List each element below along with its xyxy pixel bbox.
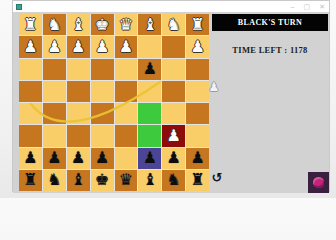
square-r3c1[interactable] (43, 81, 66, 102)
square-r7c4[interactable]: ♛ (115, 170, 138, 191)
square-r3c3[interactable] (91, 81, 114, 102)
minimize-icon[interactable]: – (291, 3, 295, 10)
white-pawn: ♟ (23, 39, 37, 55)
square-r0c0[interactable]: ♜ (19, 14, 42, 35)
black-pawn: ♟ (167, 150, 181, 166)
square-r6c0[interactable]: ♟ (19, 148, 42, 169)
square-r7c3[interactable]: ♚ (91, 170, 114, 191)
black-pawn: ♟ (143, 61, 157, 77)
square-r7c1[interactable]: ♞ (43, 170, 66, 191)
square-r6c7[interactable]: ♟ (186, 148, 209, 169)
square-r2c5[interactable]: ♟ (138, 59, 161, 80)
square-r2c0[interactable] (19, 59, 42, 80)
square-r7c0[interactable]: ♜ (19, 170, 42, 191)
square-r2c1[interactable] (43, 59, 66, 80)
white-knight: ♞ (167, 17, 181, 33)
black-pawn: ♟ (23, 150, 37, 166)
square-r5c0[interactable] (19, 125, 42, 146)
app-content: ♜♞♝♚♛♝♞♜♟♟♟♟♟♟♟♟♟♟♟♟♟♟♟♜♞♝♚♛♝♞♜ ♟ BLACK'… (13, 12, 329, 193)
black-knight: ♞ (167, 172, 181, 188)
white-pawn: ♟ (95, 39, 109, 55)
square-r7c7[interactable]: ♜ (186, 170, 209, 191)
square-r7c6[interactable]: ♞ (162, 170, 185, 191)
square-r0c7[interactable]: ♜ (186, 14, 209, 35)
black-queen: ♛ (119, 172, 133, 188)
black-rook: ♜ (190, 172, 204, 188)
black-king: ♚ (95, 172, 109, 188)
square-r5c4[interactable] (115, 125, 138, 146)
square-r3c0[interactable] (19, 81, 42, 102)
square-r4c6[interactable] (162, 103, 185, 124)
white-queen: ♛ (119, 17, 133, 33)
square-r2c7[interactable] (186, 59, 209, 80)
square-r5c7[interactable] (186, 125, 209, 146)
square-r0c6[interactable]: ♞ (162, 14, 185, 35)
black-rook: ♜ (23, 172, 37, 188)
square-r5c3[interactable] (91, 125, 114, 146)
square-r2c2[interactable] (67, 59, 90, 80)
square-r0c3[interactable]: ♚ (91, 14, 114, 35)
white-bishop: ♝ (143, 17, 157, 33)
titlebar[interactable]: – ▢ ✕ (13, 1, 329, 12)
black-bishop: ♝ (71, 172, 85, 188)
square-r6c6[interactable]: ♟ (162, 148, 185, 169)
square-r1c5[interactable] (138, 36, 161, 57)
white-rook: ♜ (190, 17, 204, 33)
blue-highlight-square-r6c5[interactable]: ♟ (138, 148, 161, 169)
square-r7c2[interactable]: ♝ (67, 170, 90, 191)
square-r4c3[interactable] (91, 103, 114, 124)
square-r0c4[interactable]: ♛ (115, 14, 138, 35)
time-left-label: TIME LEFT : 1178 (212, 45, 328, 55)
undo-button[interactable]: ↺ (209, 170, 225, 186)
black-bishop: ♝ (143, 172, 157, 188)
white-knight: ♞ (47, 17, 61, 33)
square-r2c6[interactable] (162, 59, 185, 80)
square-r1c7[interactable]: ♟ (186, 36, 209, 57)
maximize-icon[interactable]: ▢ (304, 3, 311, 10)
captured-white-pawn-icon: ♟ (209, 80, 220, 94)
square-r0c5[interactable]: ♝ (138, 14, 161, 35)
square-r6c1[interactable]: ♟ (43, 148, 66, 169)
square-r5c2[interactable] (67, 125, 90, 146)
square-r1c1[interactable]: ♟ (43, 36, 66, 57)
square-r6c3[interactable]: ♟ (91, 148, 114, 169)
black-knight: ♞ (47, 172, 61, 188)
white-pawn: ♟ (167, 128, 181, 144)
square-r3c5[interactable] (138, 81, 161, 102)
white-bishop: ♝ (71, 17, 85, 33)
square-r0c2[interactable]: ♝ (67, 14, 90, 35)
black-pawn: ♟ (95, 150, 109, 166)
square-r4c1[interactable] (43, 103, 66, 124)
square-r6c2[interactable]: ♟ (67, 148, 90, 169)
app-window-icon (16, 4, 22, 10)
square-r1c6[interactable] (162, 36, 185, 57)
square-r4c2[interactable] (67, 103, 90, 124)
square-r1c4[interactable]: ♟ (115, 36, 138, 57)
square-r3c2[interactable] (67, 81, 90, 102)
red-highlight-square-r5c6[interactable]: ♟ (162, 125, 185, 146)
chess-app-window: – ▢ ✕ ♜♞♝♚♛♝♞♜♟♟♟♟♟♟♟♟♟♟♟♟♟♟♟♜♞♝♚♛♝♞♜ ♟ … (12, 0, 330, 192)
square-r4c0[interactable] (19, 103, 42, 124)
square-r2c4[interactable] (115, 59, 138, 80)
square-r7c5[interactable]: ♝ (138, 170, 161, 191)
square-r0c1[interactable]: ♞ (43, 14, 66, 35)
black-pawn: ♟ (71, 150, 85, 166)
white-pawn: ♟ (190, 39, 204, 55)
white-pawn: ♟ (119, 39, 133, 55)
square-r1c2[interactable]: ♟ (67, 36, 90, 57)
square-r4c4[interactable] (115, 103, 138, 124)
square-r5c1[interactable] (43, 125, 66, 146)
square-r4c7[interactable] (186, 103, 209, 124)
white-pawn: ♟ (71, 39, 85, 55)
close-icon[interactable]: ✕ (319, 3, 325, 10)
square-r2c3[interactable] (91, 59, 114, 80)
black-pawn: ♟ (190, 150, 204, 166)
white-rook: ♜ (23, 17, 37, 33)
square-r3c4[interactable] (115, 81, 138, 102)
black-pawn: ♟ (47, 150, 61, 166)
white-king: ♚ (95, 17, 109, 33)
black-pawn: ♟ (143, 150, 157, 166)
square-r3c6[interactable] (162, 81, 185, 102)
square-r6c4[interactable] (115, 148, 138, 169)
square-r1c3[interactable]: ♟ (91, 36, 114, 57)
green-highlight-square-r5c5[interactable] (138, 125, 161, 146)
badge-logo-icon (313, 177, 324, 188)
green-highlight-square-r4c5[interactable] (138, 103, 161, 124)
white-pawn: ♟ (47, 39, 61, 55)
app-badge[interactable] (308, 172, 329, 193)
square-r1c0[interactable]: ♟ (19, 36, 42, 57)
board: ♜♞♝♚♛♝♞♜♟♟♟♟♟♟♟♟♟♟♟♟♟♟♟♜♞♝♚♛♝♞♜ (19, 14, 209, 191)
captured-pieces-tray: ♟ (206, 78, 222, 96)
turn-banner-label: BLACK'S TURN (238, 18, 302, 27)
turn-banner: BLACK'S TURN (212, 14, 328, 31)
